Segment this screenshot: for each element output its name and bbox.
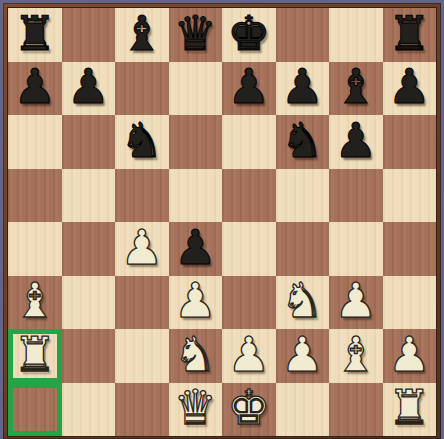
piece-white-bishop[interactable]: ♝: [329, 329, 383, 381]
piece-black-knight[interactable]: ♞: [115, 115, 169, 167]
square-d5[interactable]: [169, 169, 223, 223]
piece-white-pawn[interactable]: ♟: [169, 276, 223, 328]
square-a2[interactable]: ♜: [8, 329, 62, 383]
piece-black-rook[interactable]: ♜: [8, 8, 62, 60]
square-e2[interactable]: ♟: [222, 329, 276, 383]
square-a5[interactable]: [8, 169, 62, 223]
square-e4[interactable]: [222, 222, 276, 276]
square-c6[interactable]: ♞: [115, 115, 169, 169]
square-d2[interactable]: ♞: [169, 329, 223, 383]
piece-black-rook[interactable]: ♜: [383, 8, 437, 60]
piece-white-pawn[interactable]: ♟: [276, 329, 330, 381]
piece-white-pawn[interactable]: ♟: [222, 329, 276, 381]
piece-black-pawn[interactable]: ♟: [8, 62, 62, 114]
piece-black-pawn[interactable]: ♟: [169, 222, 223, 274]
square-c5[interactable]: [115, 169, 169, 223]
piece-white-rook[interactable]: ♜: [383, 383, 437, 435]
square-d3[interactable]: ♟: [169, 276, 223, 330]
last-move-highlight: [8, 383, 62, 437]
square-b2[interactable]: [62, 329, 116, 383]
piece-black-bishop[interactable]: ♝: [329, 62, 383, 114]
square-f8[interactable]: [276, 8, 330, 62]
piece-white-king[interactable]: ♚: [222, 383, 276, 435]
square-h5[interactable]: [383, 169, 437, 223]
piece-black-pawn[interactable]: ♟: [276, 62, 330, 114]
square-f7[interactable]: ♟: [276, 62, 330, 116]
square-h2[interactable]: ♟: [383, 329, 437, 383]
square-g5[interactable]: [329, 169, 383, 223]
square-e6[interactable]: [222, 115, 276, 169]
square-f2[interactable]: ♟: [276, 329, 330, 383]
piece-white-knight[interactable]: ♞: [169, 329, 223, 381]
square-a4[interactable]: [8, 222, 62, 276]
square-f6[interactable]: ♞: [276, 115, 330, 169]
piece-black-pawn[interactable]: ♟: [222, 62, 276, 114]
square-g7[interactable]: ♝: [329, 62, 383, 116]
square-e8[interactable]: ♚: [222, 8, 276, 62]
square-b3[interactable]: [62, 276, 116, 330]
square-g3[interactable]: ♟: [329, 276, 383, 330]
piece-white-pawn[interactable]: ♟: [383, 329, 437, 381]
piece-black-pawn[interactable]: ♟: [383, 62, 437, 114]
square-b6[interactable]: [62, 115, 116, 169]
piece-black-queen[interactable]: ♛: [169, 8, 223, 60]
square-b1[interactable]: [62, 383, 116, 437]
square-f3[interactable]: ♞: [276, 276, 330, 330]
square-a8[interactable]: ♜: [8, 8, 62, 62]
square-b5[interactable]: [62, 169, 116, 223]
square-c3[interactable]: [115, 276, 169, 330]
square-c4[interactable]: ♟: [115, 222, 169, 276]
piece-white-pawn[interactable]: ♟: [329, 276, 383, 328]
square-d1[interactable]: ♛: [169, 383, 223, 437]
piece-white-bishop[interactable]: ♝: [8, 276, 62, 328]
square-h8[interactable]: ♜: [383, 8, 437, 62]
square-b7[interactable]: ♟: [62, 62, 116, 116]
square-g4[interactable]: [329, 222, 383, 276]
square-h7[interactable]: ♟: [383, 62, 437, 116]
square-c8[interactable]: ♝: [115, 8, 169, 62]
square-a6[interactable]: [8, 115, 62, 169]
square-d7[interactable]: [169, 62, 223, 116]
square-h4[interactable]: [383, 222, 437, 276]
square-e7[interactable]: ♟: [222, 62, 276, 116]
square-e1[interactable]: ♚: [222, 383, 276, 437]
piece-black-pawn[interactable]: ♟: [329, 115, 383, 167]
square-f4[interactable]: [276, 222, 330, 276]
square-c2[interactable]: [115, 329, 169, 383]
square-h6[interactable]: [383, 115, 437, 169]
square-f5[interactable]: [276, 169, 330, 223]
piece-black-king[interactable]: ♚: [222, 8, 276, 60]
piece-white-knight[interactable]: ♞: [276, 276, 330, 328]
square-a3[interactable]: ♝: [8, 276, 62, 330]
square-b4[interactable]: [62, 222, 116, 276]
square-d4[interactable]: ♟: [169, 222, 223, 276]
square-g2[interactable]: ♝: [329, 329, 383, 383]
piece-white-rook[interactable]: ♜: [8, 329, 62, 381]
square-a7[interactable]: ♟: [8, 62, 62, 116]
square-f1[interactable]: [276, 383, 330, 437]
piece-black-pawn[interactable]: ♟: [62, 62, 116, 114]
square-d8[interactable]: ♛: [169, 8, 223, 62]
square-g8[interactable]: [329, 8, 383, 62]
square-a1[interactable]: [8, 383, 62, 437]
piece-black-knight[interactable]: ♞: [276, 115, 330, 167]
square-c7[interactable]: [115, 62, 169, 116]
square-e5[interactable]: [222, 169, 276, 223]
square-h1[interactable]: ♜: [383, 383, 437, 437]
piece-white-queen[interactable]: ♛: [169, 383, 223, 435]
piece-black-bishop[interactable]: ♝: [115, 8, 169, 60]
square-c1[interactable]: [115, 383, 169, 437]
square-e3[interactable]: [222, 276, 276, 330]
square-b8[interactable]: [62, 8, 116, 62]
square-h3[interactable]: [383, 276, 437, 330]
square-g1[interactable]: [329, 383, 383, 437]
chess-app: ♜♝♛♚♜♟♟♟♟♝♟♞♞♟♟♟♝♟♞♟♜♞♟♟♝♟♛♚♜: [0, 0, 444, 439]
piece-white-pawn[interactable]: ♟: [115, 222, 169, 274]
chess-board[interactable]: ♜♝♛♚♜♟♟♟♟♝♟♞♞♟♟♟♝♟♞♟♜♞♟♟♝♟♛♚♜: [8, 8, 436, 436]
square-g6[interactable]: ♟: [329, 115, 383, 169]
square-d6[interactable]: [169, 115, 223, 169]
